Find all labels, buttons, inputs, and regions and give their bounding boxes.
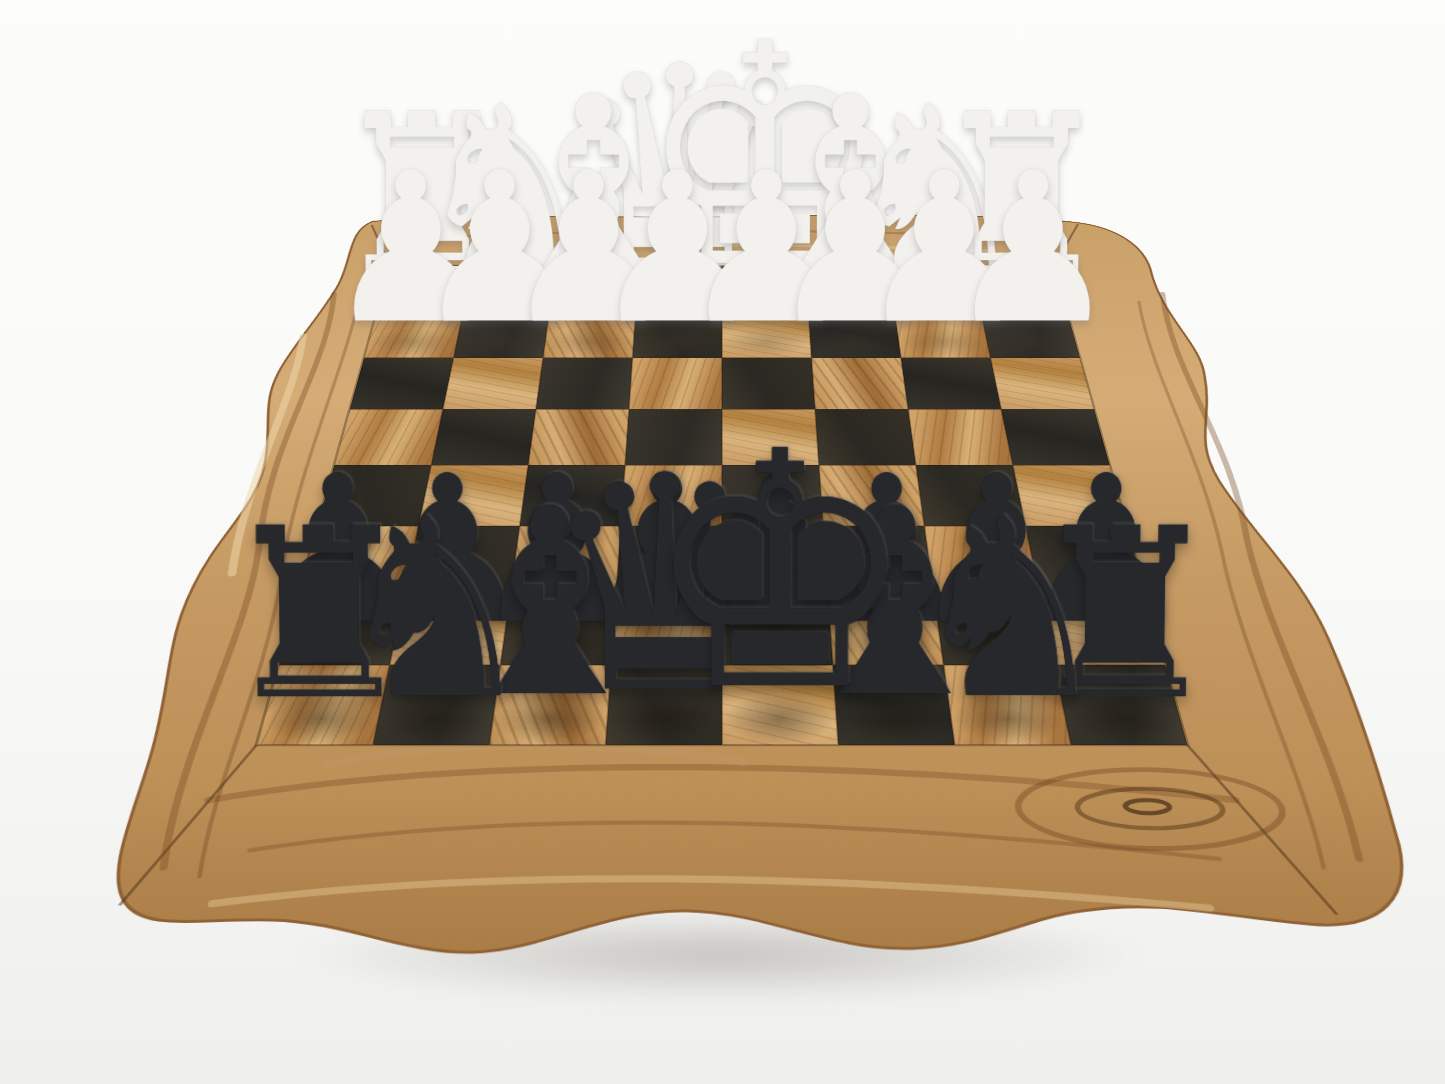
black-piece-glyph: ♞ <box>800 496 1220 723</box>
product-photo-scene: ♜♞♝♛♚♝♞♜♟♟♟♟♟♟♟♟♟♟♟♟♟♟♟♟♜♞♝♛♚♝♞♜ <box>0 0 1445 1084</box>
black-piece-glyph: ♞ <box>224 496 644 723</box>
board-pieces: ♜♞♝♛♚♝♞♜♟♟♟♟♟♟♟♟♟♟♟♟♟♟♟♟♜♞♝♛♚♝♞♜ <box>0 203 1445 990</box>
white-piece-glyph: ♟ <box>871 154 1195 345</box>
perspective-wrapper: ♜♞♝♛♚♝♞♜♟♟♟♟♟♟♟♟♟♟♟♟♟♟♟♟♜♞♝♛♚♝♞♜ <box>0 0 1445 1084</box>
chess-board: ♜♞♝♛♚♝♞♜♟♟♟♟♟♟♟♟♟♟♟♟♟♟♟♟♜♞♝♛♚♝♞♜ <box>0 203 1445 990</box>
